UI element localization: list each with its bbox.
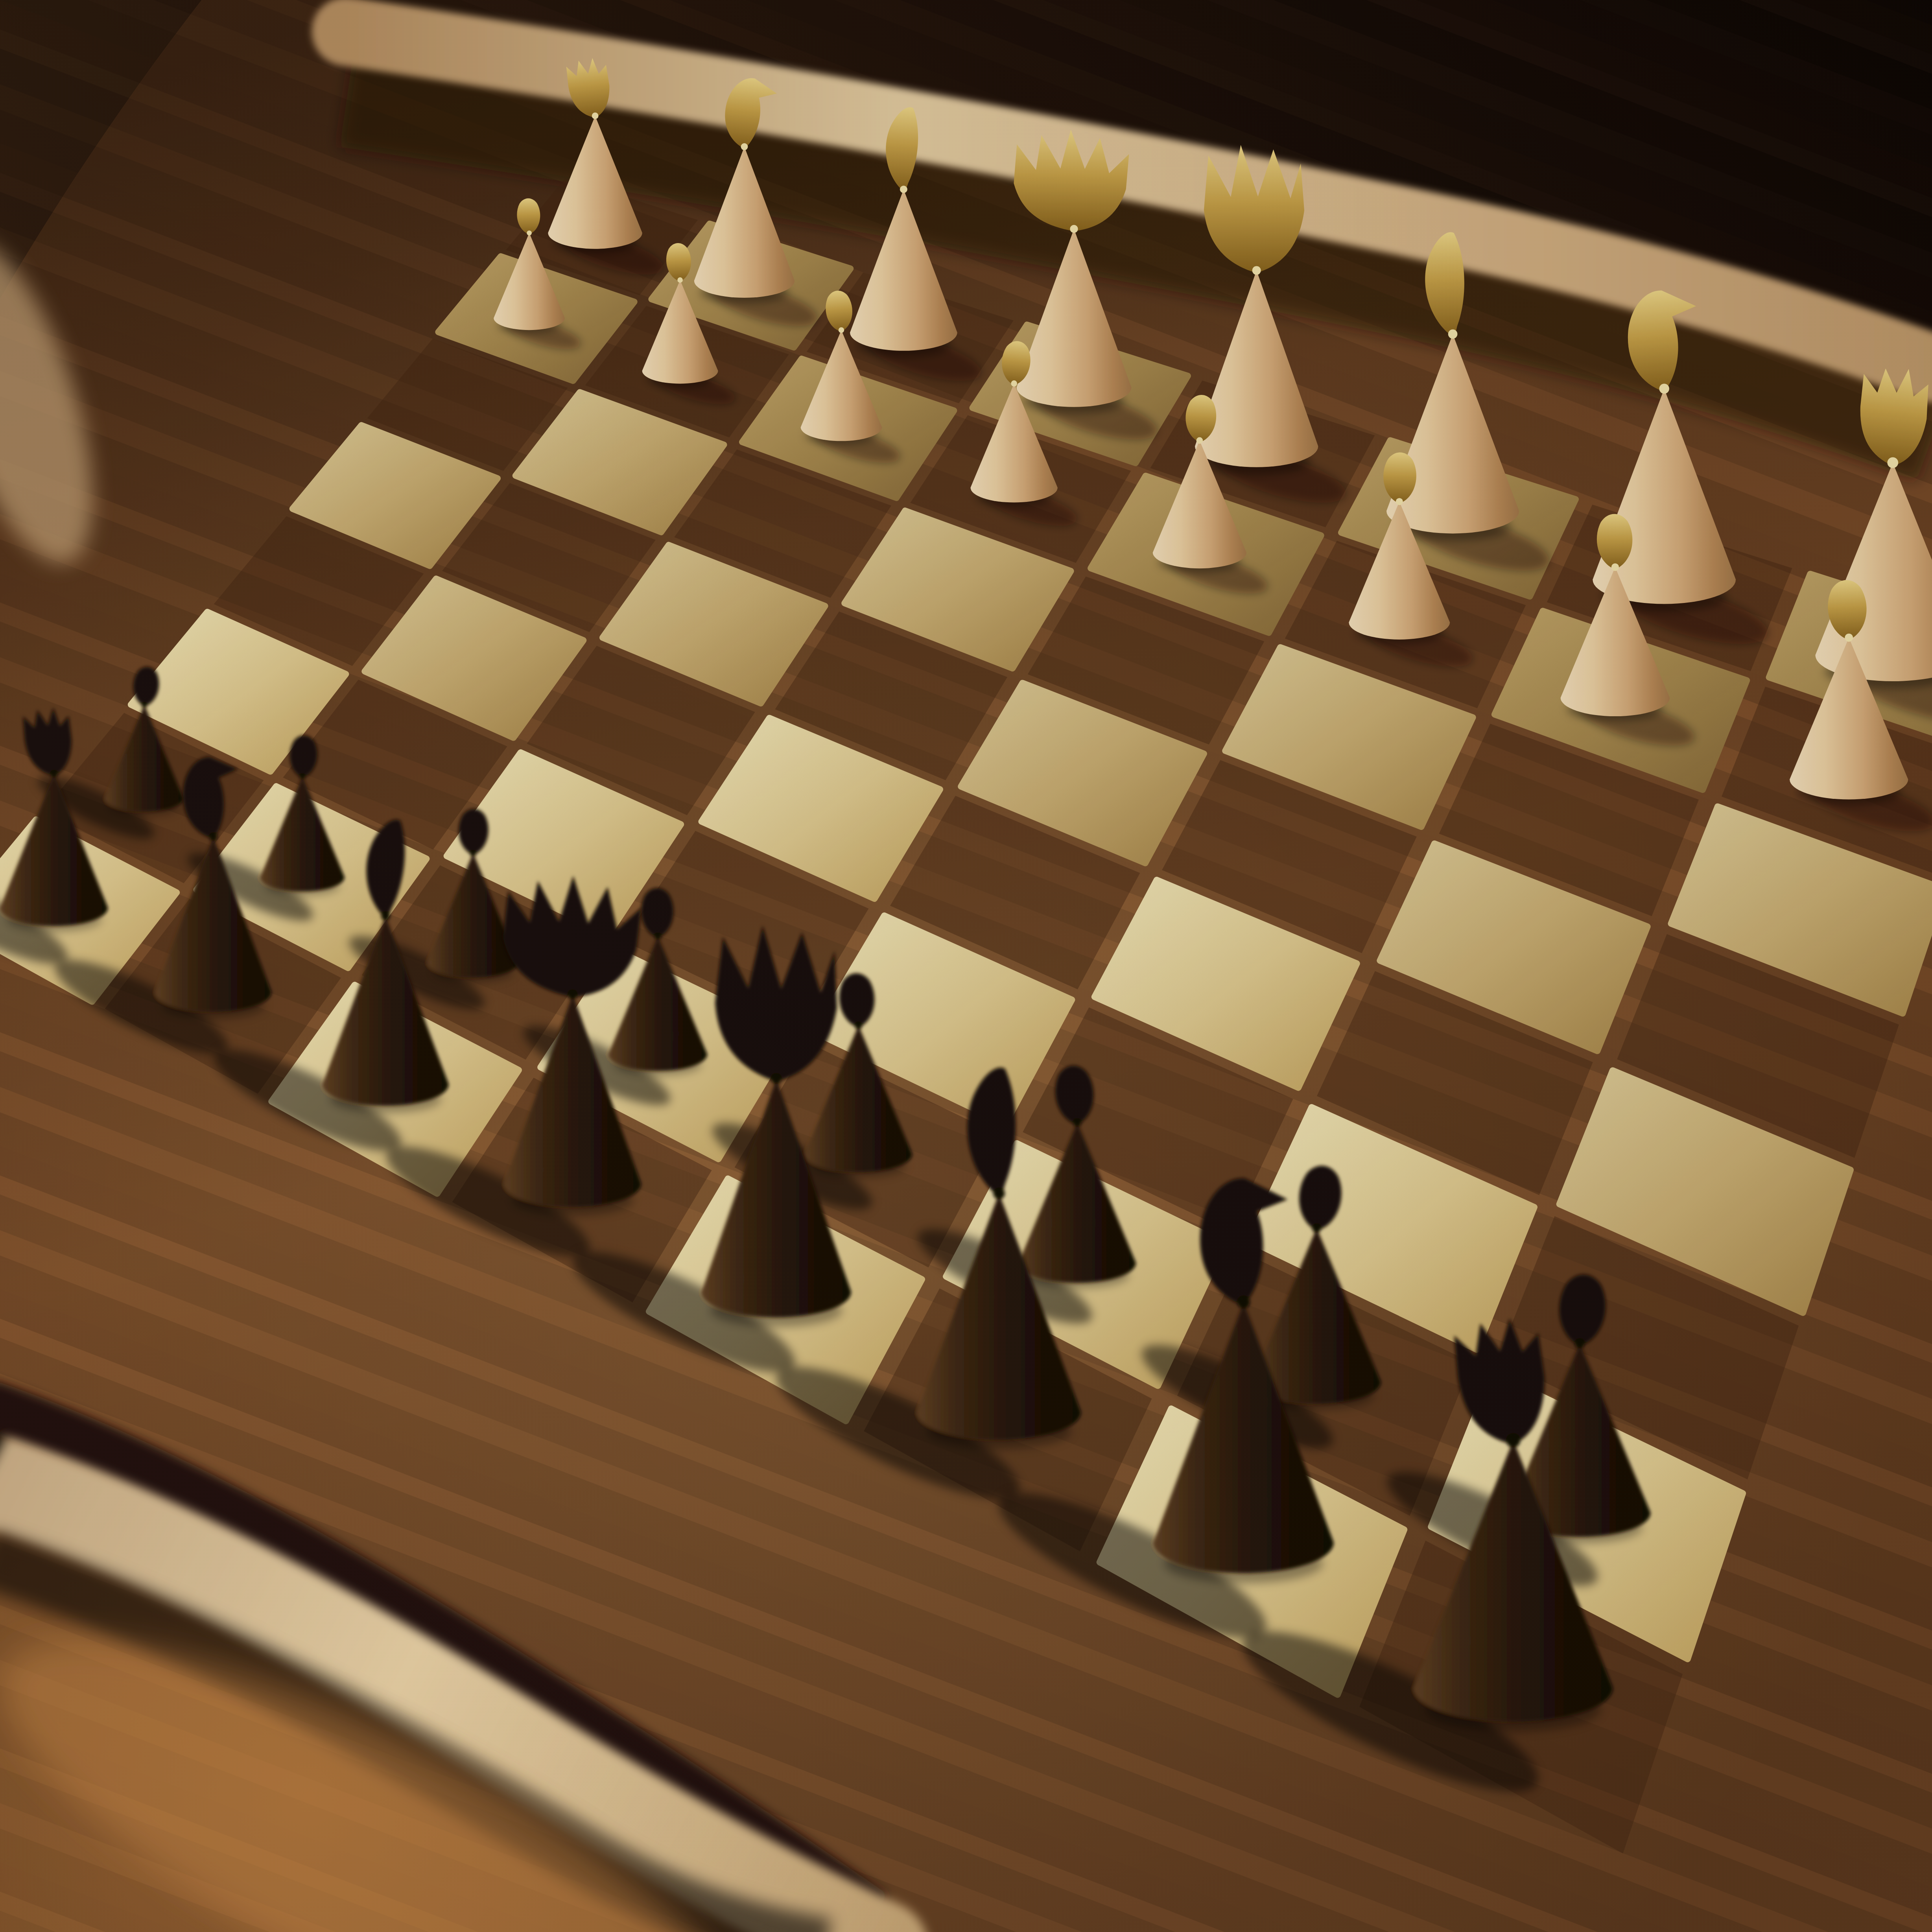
photo-canvas: [0, 0, 1932, 1932]
vignette: [0, 0, 1932, 1932]
chess-photo-scene: [0, 0, 1932, 1932]
